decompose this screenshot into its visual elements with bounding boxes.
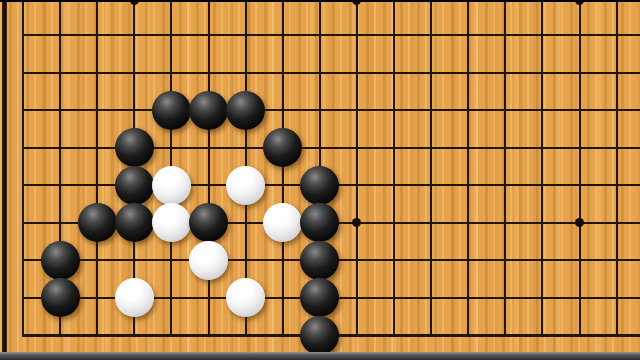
black-stone	[263, 128, 302, 167]
white-stone	[189, 241, 228, 280]
grid-line-vertical	[393, 0, 395, 337]
black-stone	[41, 278, 80, 317]
grid-line-vertical	[504, 0, 506, 337]
star-point	[352, 218, 361, 227]
black-stone	[189, 91, 228, 130]
bottom-screen-bar	[0, 352, 640, 360]
black-stone	[300, 203, 339, 242]
grid-line-vertical	[579, 0, 581, 337]
white-stone	[226, 166, 265, 205]
black-stone	[115, 203, 154, 242]
black-stone	[41, 241, 80, 280]
black-stone	[189, 203, 228, 242]
grid-line-horizontal	[22, 109, 640, 111]
black-stone	[300, 166, 339, 205]
white-stone	[152, 203, 191, 242]
white-stone	[263, 203, 302, 242]
app-screen	[0, 0, 640, 360]
black-stone	[115, 166, 154, 205]
grid-line-vertical	[541, 0, 543, 337]
black-stone	[226, 91, 265, 130]
board-left-edge-shadow	[2, 0, 7, 352]
white-stone	[152, 166, 191, 205]
black-stone	[78, 203, 117, 242]
white-stone	[226, 278, 265, 317]
grid-line-horizontal	[22, 72, 640, 74]
grid-line-vertical	[208, 0, 210, 337]
grid-line-vertical	[96, 0, 98, 337]
top-screen-bar	[0, 0, 640, 2]
grid-line-vertical	[22, 0, 24, 337]
star-point	[575, 218, 584, 227]
grid-line-vertical	[356, 0, 358, 337]
black-stone	[300, 316, 339, 355]
black-stone	[115, 128, 154, 167]
white-stone	[115, 278, 154, 317]
black-stone	[152, 91, 191, 130]
grid-line-vertical	[430, 0, 432, 337]
grid-line-vertical	[282, 0, 284, 337]
grid-line-vertical	[616, 0, 618, 337]
grid-line-horizontal	[22, 34, 640, 36]
grid-line-vertical	[467, 0, 469, 337]
black-stone	[300, 241, 339, 280]
black-stone	[300, 278, 339, 317]
go-board[interactable]	[0, 0, 640, 360]
